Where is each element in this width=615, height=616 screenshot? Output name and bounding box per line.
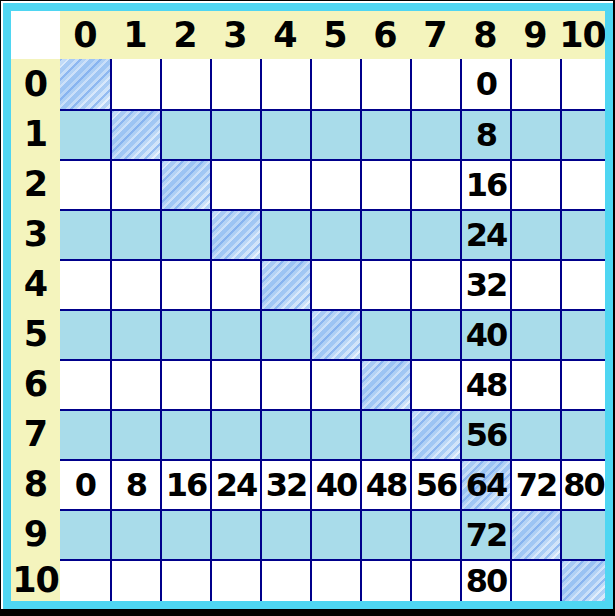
cell-r6c4 <box>260 359 310 409</box>
cell-r7c0 <box>60 409 110 459</box>
cell-r8c4: 32 <box>260 459 310 509</box>
cell-r3c8: 24 <box>460 209 510 259</box>
cell-r9c5 <box>310 509 360 559</box>
cell-r10c3 <box>210 559 260 601</box>
cell-r3c2 <box>160 209 210 259</box>
cell-r8c10: 80 <box>560 459 605 509</box>
cell-r9c6 <box>360 509 410 559</box>
cell-r6c8: 48 <box>460 359 510 409</box>
cell-r10c2 <box>160 559 210 601</box>
col-header-10: 10 <box>560 11 605 59</box>
cell-r0c9 <box>510 59 560 109</box>
cell-r4c9 <box>510 259 560 309</box>
cell-r7c10 <box>560 409 605 459</box>
col-header-6: 6 <box>360 11 410 59</box>
cyan-frame: 0123456789100018216324432540648756808162… <box>3 3 613 609</box>
cell-r7c3 <box>210 409 260 459</box>
cell-r3c1 <box>110 209 160 259</box>
row-header-9: 9 <box>11 509 60 559</box>
cell-r1c8: 8 <box>460 109 510 159</box>
cell-r1c10 <box>560 109 605 159</box>
cell-r2c8: 16 <box>460 159 510 209</box>
cell-r1c3 <box>210 109 260 159</box>
cell-r4c8: 32 <box>460 259 510 309</box>
cell-r3c6 <box>360 209 410 259</box>
col-header-8: 8 <box>460 11 510 59</box>
cell-r7c1 <box>110 409 160 459</box>
cell-r6c10 <box>560 359 605 409</box>
cell-r5c5 <box>310 309 360 359</box>
cell-r5c4 <box>260 309 310 359</box>
cell-r8c1: 8 <box>110 459 160 509</box>
cell-r3c7 <box>410 209 460 259</box>
cell-r2c7 <box>410 159 460 209</box>
cell-r9c2 <box>160 509 210 559</box>
cell-r3c5 <box>310 209 360 259</box>
cell-r6c0 <box>60 359 110 409</box>
cell-r4c2 <box>160 259 210 309</box>
cell-r0c7 <box>410 59 460 109</box>
cell-r3c3 <box>210 209 260 259</box>
cell-r7c7 <box>410 409 460 459</box>
cell-r0c3 <box>210 59 260 109</box>
row-header-4: 4 <box>11 259 60 309</box>
cell-r6c7 <box>410 359 460 409</box>
cell-r4c4 <box>260 259 310 309</box>
cell-r7c6 <box>360 409 410 459</box>
row-header-5: 5 <box>11 309 60 359</box>
cell-r1c4 <box>260 109 310 159</box>
cell-r1c5 <box>310 109 360 159</box>
cell-r9c10 <box>560 509 605 559</box>
cell-r10c1 <box>110 559 160 601</box>
col-header-9: 9 <box>510 11 560 59</box>
cell-r2c4 <box>260 159 310 209</box>
cell-r10c5 <box>310 559 360 601</box>
cell-r8c6: 48 <box>360 459 410 509</box>
cell-r0c4 <box>260 59 310 109</box>
cell-r0c6 <box>360 59 410 109</box>
cell-r10c6 <box>360 559 410 601</box>
cell-r4c7 <box>410 259 460 309</box>
cell-r0c5 <box>310 59 360 109</box>
cell-r2c9 <box>510 159 560 209</box>
cell-r3c10 <box>560 209 605 259</box>
cell-r9c3 <box>210 509 260 559</box>
row-header-0: 0 <box>11 59 60 109</box>
col-header-2: 2 <box>160 11 210 59</box>
cell-r7c5 <box>310 409 360 459</box>
cell-r9c8: 72 <box>460 509 510 559</box>
cell-r5c1 <box>110 309 160 359</box>
cell-r10c7 <box>410 559 460 601</box>
cell-r4c0 <box>60 259 110 309</box>
cell-r6c2 <box>160 359 210 409</box>
cell-r4c6 <box>360 259 410 309</box>
cell-r2c2 <box>160 159 210 209</box>
cell-r5c2 <box>160 309 210 359</box>
row-header-7: 7 <box>11 409 60 459</box>
cell-r6c1 <box>110 359 160 409</box>
cell-r5c3 <box>210 309 260 359</box>
cell-r10c10 <box>560 559 605 601</box>
cell-r4c1 <box>110 259 160 309</box>
col-header-5: 5 <box>310 11 360 59</box>
cell-r10c8: 80 <box>460 559 510 601</box>
col-header-3: 3 <box>210 11 260 59</box>
cell-r8c9: 72 <box>510 459 560 509</box>
page-margin: 0123456789100018216324432540648756808162… <box>1 1 613 609</box>
cell-r0c0 <box>60 59 110 109</box>
cell-r1c2 <box>160 109 210 159</box>
cell-r2c6 <box>360 159 410 209</box>
cell-r2c5 <box>310 159 360 209</box>
cell-r1c9 <box>510 109 560 159</box>
cell-r0c2 <box>160 59 210 109</box>
cell-r7c4 <box>260 409 310 459</box>
cell-r8c3: 24 <box>210 459 260 509</box>
cell-r1c0 <box>60 109 110 159</box>
cell-r6c3 <box>210 359 260 409</box>
cell-r0c1 <box>110 59 160 109</box>
cell-r6c6 <box>360 359 410 409</box>
page: { "game": "multiplication-table-chart-8s… <box>0 0 615 616</box>
cell-r8c0: 0 <box>60 459 110 509</box>
cell-r0c10 <box>560 59 605 109</box>
row-header-8: 8 <box>11 459 60 509</box>
cell-r6c9 <box>510 359 560 409</box>
cell-r1c7 <box>410 109 460 159</box>
cell-r4c10 <box>560 259 605 309</box>
cell-r7c2 <box>160 409 210 459</box>
cell-r2c3 <box>210 159 260 209</box>
cell-r4c5 <box>310 259 360 309</box>
row-header-2: 2 <box>11 159 60 209</box>
cell-r5c0 <box>60 309 110 359</box>
cell-r8c7: 56 <box>410 459 460 509</box>
cell-r1c6 <box>360 109 410 159</box>
row-header-6: 6 <box>11 359 60 409</box>
cell-r5c9 <box>510 309 560 359</box>
cell-r1c1 <box>110 109 160 159</box>
cell-r6c5 <box>310 359 360 409</box>
col-header-4: 4 <box>260 11 310 59</box>
cell-r10c4 <box>260 559 310 601</box>
cell-r8c5: 40 <box>310 459 360 509</box>
row-header-1: 1 <box>11 109 60 159</box>
col-header-0: 0 <box>60 11 110 59</box>
cell-r2c1 <box>110 159 160 209</box>
cell-r8c2: 16 <box>160 459 210 509</box>
cell-r5c10 <box>560 309 605 359</box>
cell-r8c8: 64 <box>460 459 510 509</box>
multiplication-grid: 0123456789100018216324432540648756808162… <box>11 11 605 601</box>
cell-r5c7 <box>410 309 460 359</box>
cell-r9c4 <box>260 509 310 559</box>
cell-r10c9 <box>510 559 560 601</box>
cell-r9c1 <box>110 509 160 559</box>
row-header-10: 10 <box>11 559 60 601</box>
col-header-7: 7 <box>410 11 460 59</box>
cell-r3c9 <box>510 209 560 259</box>
cell-r9c0 <box>60 509 110 559</box>
cell-r4c3 <box>210 259 260 309</box>
cell-r3c4 <box>260 209 310 259</box>
cell-r2c10 <box>560 159 605 209</box>
cell-r5c6 <box>360 309 410 359</box>
cell-r9c9 <box>510 509 560 559</box>
corner-cell <box>11 11 60 59</box>
col-header-1: 1 <box>110 11 160 59</box>
cell-r9c7 <box>410 509 460 559</box>
cell-r0c8: 0 <box>460 59 510 109</box>
cell-r10c0 <box>60 559 110 601</box>
cell-r5c8: 40 <box>460 309 510 359</box>
row-header-3: 3 <box>11 209 60 259</box>
cell-r2c0 <box>60 159 110 209</box>
cell-r7c8: 56 <box>460 409 510 459</box>
cell-r3c0 <box>60 209 110 259</box>
cell-r7c9 <box>510 409 560 459</box>
